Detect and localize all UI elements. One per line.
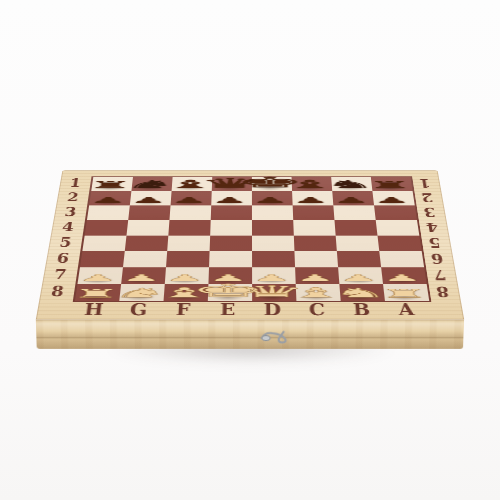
square-h4 bbox=[85, 220, 129, 235]
square-g8 bbox=[119, 284, 165, 301]
file-label-d: D bbox=[250, 301, 295, 318]
square-f5 bbox=[167, 236, 210, 252]
square-g5 bbox=[125, 236, 169, 252]
square-b6 bbox=[337, 251, 381, 267]
pawn-glyph: ♟ bbox=[292, 196, 329, 204]
square-e5 bbox=[210, 236, 252, 252]
square-e8 bbox=[208, 284, 252, 301]
square-f4 bbox=[168, 220, 210, 235]
rank-label-left-8: 8 bbox=[46, 284, 69, 299]
square-e6 bbox=[209, 251, 252, 267]
square-b5 bbox=[336, 236, 380, 252]
square-d5 bbox=[252, 236, 294, 252]
rank-label-right-7: 7 bbox=[428, 268, 451, 282]
square-g7 bbox=[121, 267, 166, 284]
square-h8 bbox=[75, 284, 121, 301]
rank-label-left-3: 3 bbox=[60, 206, 82, 219]
rank-label-left-4: 4 bbox=[57, 221, 79, 234]
square-f3 bbox=[169, 205, 211, 220]
square-f6 bbox=[166, 251, 210, 267]
file-label-b: B bbox=[339, 301, 385, 318]
square-b4 bbox=[334, 220, 377, 235]
square-a8 bbox=[383, 284, 429, 301]
square-b3 bbox=[333, 205, 375, 220]
square-h6 bbox=[80, 251, 125, 267]
rank-label-left-2: 2 bbox=[62, 191, 83, 203]
rank-label-right-8: 8 bbox=[431, 284, 454, 299]
square-g4 bbox=[126, 220, 169, 235]
file-label-a: A bbox=[383, 301, 430, 318]
square-g6 bbox=[123, 251, 167, 267]
pawn-glyph: ♟ bbox=[130, 196, 167, 204]
square-f8 bbox=[164, 284, 209, 301]
square-c5 bbox=[294, 236, 337, 252]
rank-label-right-3: 3 bbox=[419, 206, 441, 219]
file-label-f: F bbox=[160, 301, 206, 318]
square-a6 bbox=[379, 251, 424, 267]
square-b7 bbox=[338, 267, 383, 284]
square-c4 bbox=[293, 220, 335, 235]
file-label-g: G bbox=[115, 301, 161, 318]
square-a5 bbox=[377, 236, 421, 252]
rank-label-right-4: 4 bbox=[421, 221, 443, 234]
pawn-glyph: ♟ bbox=[89, 196, 126, 204]
square-g3 bbox=[128, 205, 170, 220]
rank-label-right-1: 1 bbox=[414, 177, 435, 189]
square-e4 bbox=[210, 220, 252, 235]
rank-label-left-5: 5 bbox=[54, 236, 76, 249]
rank-label-left-1: 1 bbox=[65, 177, 86, 189]
square-a4 bbox=[376, 220, 420, 235]
pawn-glyph: ♟ bbox=[333, 196, 370, 204]
pawn-glyph: ♟ bbox=[373, 196, 410, 204]
square-c6 bbox=[294, 251, 338, 267]
rank-label-right-5: 5 bbox=[423, 236, 445, 249]
file-label-e: E bbox=[205, 301, 250, 318]
chess-board: 12345678 12345678 HGFEDCBA ♜♞♝♛♚♝♞♜♟♟♟♟♟… bbox=[36, 170, 464, 319]
square-h7 bbox=[77, 267, 122, 284]
rook-glyph: ♜ bbox=[367, 180, 413, 190]
square-c3 bbox=[293, 205, 335, 220]
rank-label-left-7: 7 bbox=[49, 268, 72, 282]
square-h3 bbox=[87, 205, 130, 220]
rank-label-right-6: 6 bbox=[426, 251, 449, 265]
pawn-glyph: ♟ bbox=[252, 196, 288, 204]
pawn-glyph: ♟ bbox=[211, 196, 247, 204]
square-d3 bbox=[252, 205, 293, 220]
square-c8 bbox=[296, 284, 341, 301]
rank-label-right-2: 2 bbox=[416, 191, 437, 203]
file-label-h: H bbox=[70, 301, 117, 318]
square-h5 bbox=[82, 236, 126, 252]
square-a7 bbox=[381, 267, 427, 284]
square-e3 bbox=[211, 205, 252, 220]
rank-label-left-6: 6 bbox=[52, 251, 75, 265]
square-d6 bbox=[252, 251, 295, 267]
pawn-glyph: ♟ bbox=[171, 196, 208, 204]
box-front-face bbox=[36, 320, 464, 349]
square-b8 bbox=[339, 284, 385, 301]
scene: 12345678 12345678 HGFEDCBA ♜♞♝♛♚♝♞♜♟♟♟♟♟… bbox=[0, 0, 500, 500]
square-d4 bbox=[252, 220, 294, 235]
square-d8 bbox=[252, 284, 296, 301]
metal-clasp-icon bbox=[259, 329, 293, 349]
product-photo: 12345678 12345678 HGFEDCBA ♜♞♝♛♚♝♞♜♟♟♟♟♟… bbox=[0, 0, 500, 500]
square-a3 bbox=[374, 205, 417, 220]
file-label-c: C bbox=[294, 301, 340, 318]
